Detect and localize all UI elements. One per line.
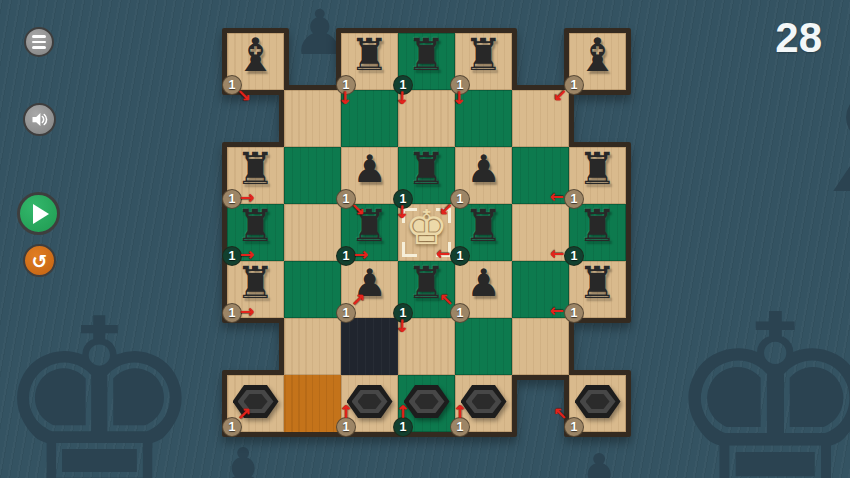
board-cell-r7c4[interactable]: 1→ bbox=[398, 375, 455, 432]
move-count-badge: 1 bbox=[393, 417, 413, 437]
board-cell-r1c1[interactable]: ♝1→ bbox=[227, 33, 284, 90]
move-count-badge: 1 bbox=[450, 246, 470, 266]
black-bishop-piece[interactable]: ♝ bbox=[235, 32, 276, 78]
board-cell-r3c2[interactable] bbox=[284, 147, 341, 204]
board-cell-r7c3[interactable]: 1→ bbox=[341, 375, 398, 432]
board-cell-r4c5[interactable]: ♜1→ bbox=[455, 204, 512, 261]
board-cell-r5c6[interactable] bbox=[512, 261, 569, 318]
board-cell-r2c3[interactable] bbox=[341, 90, 398, 147]
board-cell-r7c1[interactable]: 1→ bbox=[227, 375, 284, 432]
board-cell-r6c4[interactable] bbox=[398, 318, 455, 375]
board-cell-r2c6[interactable] bbox=[512, 90, 569, 147]
board-cell-r5c1[interactable]: ♜1→ bbox=[227, 261, 284, 318]
black-rook-piece[interactable]: ♜ bbox=[578, 147, 617, 191]
board-cell-r6c6[interactable] bbox=[512, 318, 569, 375]
board-cell-r5c3[interactable]: ♟1→ bbox=[341, 261, 398, 318]
board-cell-r7c7[interactable]: 1→ bbox=[569, 375, 626, 432]
black-rook-piece[interactable]: ♜ bbox=[350, 33, 389, 77]
board-cell-r4c2[interactable] bbox=[284, 204, 341, 261]
black-rook-piece[interactable]: ♜ bbox=[464, 33, 503, 77]
move-count-badge: 1 bbox=[393, 303, 413, 323]
board-cell-r1c7[interactable]: ♝1→ bbox=[569, 33, 626, 90]
move-count-badge: 1 bbox=[393, 189, 413, 209]
black-pawn-piece[interactable]: ♟ bbox=[466, 150, 500, 188]
black-rook-piece[interactable]: ♜ bbox=[236, 147, 275, 191]
board-cell-r5c2[interactable] bbox=[284, 261, 341, 318]
move-count-badge: 1 bbox=[564, 303, 584, 323]
board-cell-r4c7[interactable]: ♜1→ bbox=[569, 204, 626, 261]
move-count-badge: 1 bbox=[450, 189, 470, 209]
board-cell-r2c5[interactable] bbox=[455, 90, 512, 147]
board-cell-r5c7[interactable]: ♜1→ bbox=[569, 261, 626, 318]
black-rook-piece[interactable]: ♜ bbox=[464, 204, 503, 248]
black-disc-piece[interactable] bbox=[404, 385, 450, 418]
board-cell-r4c1[interactable]: ♜1→ bbox=[227, 204, 284, 261]
move-count-badge: 1 bbox=[222, 75, 242, 95]
board-cell-r6c2[interactable] bbox=[284, 318, 341, 375]
game-board: ♝1→♜1→♜1→♜1→♝1→♜1→♟1→♜1→♟1→♜1→♜1→♜1→♚♜1→… bbox=[0, 0, 850, 478]
white-king-piece[interactable]: ♚ bbox=[405, 203, 448, 251]
black-rook-piece[interactable]: ♜ bbox=[350, 204, 389, 248]
move-count-badge: 1 bbox=[450, 303, 470, 323]
board-cell-r7c2[interactable] bbox=[284, 375, 341, 432]
move-count-badge: 1 bbox=[336, 75, 356, 95]
black-disc-piece[interactable] bbox=[461, 385, 507, 418]
black-disc-piece[interactable] bbox=[575, 385, 621, 418]
board-cell-r2c2[interactable] bbox=[284, 90, 341, 147]
black-rook-piece[interactable]: ♜ bbox=[407, 147, 446, 191]
board-cell-r3c5[interactable]: ♟1→ bbox=[455, 147, 512, 204]
board-cell-r3c7[interactable]: ♜1→ bbox=[569, 147, 626, 204]
move-count-badge: 1 bbox=[564, 189, 584, 209]
black-rook-piece[interactable]: ♜ bbox=[236, 261, 275, 305]
move-count-badge: 1 bbox=[393, 75, 413, 95]
black-rook-piece[interactable]: ♜ bbox=[407, 261, 446, 305]
black-pawn-piece[interactable]: ♟ bbox=[466, 264, 500, 302]
move-count-badge: 1 bbox=[450, 417, 470, 437]
board-cell-r5c4[interactable]: ♜1→ bbox=[398, 261, 455, 318]
move-count-badge: 1 bbox=[222, 189, 242, 209]
board-cell-r3c4[interactable]: ♜1→ bbox=[398, 147, 455, 204]
black-pawn-piece[interactable]: ♟ bbox=[352, 150, 386, 188]
black-pawn-piece[interactable]: ♟ bbox=[352, 264, 386, 302]
board-cell-r7c5[interactable]: 1→ bbox=[455, 375, 512, 432]
move-count-badge: 1 bbox=[222, 246, 242, 266]
board-cell-r4c6[interactable] bbox=[512, 204, 569, 261]
board-cell-r5c5[interactable]: ♟1→ bbox=[455, 261, 512, 318]
move-count-badge: 1 bbox=[564, 246, 584, 266]
board-cell-r6c3[interactable] bbox=[341, 318, 398, 375]
black-bishop-piece[interactable]: ♝ bbox=[577, 32, 618, 78]
board-cell-r2c4[interactable] bbox=[398, 90, 455, 147]
board-cell-r1c4[interactable]: ♜1→ bbox=[398, 33, 455, 90]
move-count-badge: 1 bbox=[336, 189, 356, 209]
board-cell-r1c3[interactable]: ♜1→ bbox=[341, 33, 398, 90]
board-cell-r1c5[interactable]: ♜1→ bbox=[455, 33, 512, 90]
board-cell-r6c5[interactable] bbox=[455, 318, 512, 375]
move-count-badge: 1 bbox=[222, 417, 242, 437]
move-count-badge: 1 bbox=[336, 246, 356, 266]
move-count-badge: 1 bbox=[222, 303, 242, 323]
black-disc-piece[interactable] bbox=[347, 385, 393, 418]
move-count-badge: 1 bbox=[336, 303, 356, 323]
black-rook-piece[interactable]: ♜ bbox=[236, 204, 275, 248]
move-count-badge: 1 bbox=[564, 417, 584, 437]
move-count-badge: 1 bbox=[450, 75, 470, 95]
board-cell-r3c1[interactable]: ♜1→ bbox=[227, 147, 284, 204]
board-cell-r3c6[interactable] bbox=[512, 147, 569, 204]
board-cell-r3c3[interactable]: ♟1→ bbox=[341, 147, 398, 204]
black-disc-piece[interactable] bbox=[233, 385, 279, 418]
move-count-badge: 1 bbox=[336, 417, 356, 437]
black-rook-piece[interactable]: ♜ bbox=[578, 204, 617, 248]
board-cell-r4c3[interactable]: ♜1→ bbox=[341, 204, 398, 261]
black-rook-piece[interactable]: ♜ bbox=[578, 261, 617, 305]
board-cell-r4c4[interactable]: ♚ bbox=[398, 204, 455, 261]
black-rook-piece[interactable]: ♜ bbox=[407, 33, 446, 77]
move-count-badge: 1 bbox=[564, 75, 584, 95]
